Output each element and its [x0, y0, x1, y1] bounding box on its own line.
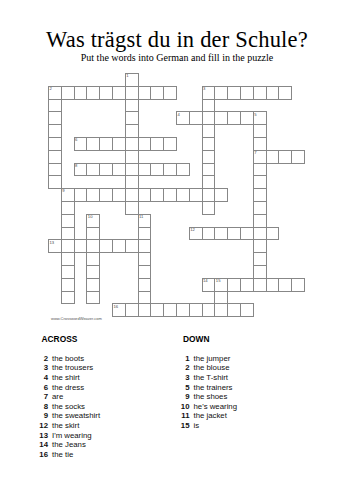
clue-across-9-text: the sweatshirt: [52, 411, 100, 420]
clue-across-12-number: 12: [30, 421, 48, 430]
clue-across-9: 9the sweatshirt: [30, 411, 170, 421]
grid-cell-r7c3[interactable]: [86, 163, 100, 177]
clue-down-3-number: 3: [172, 373, 190, 382]
grid-cell-r1c16[interactable]: [253, 86, 267, 100]
clue-across-16-number: 16: [30, 450, 48, 459]
clue-across-9-number: 9: [30, 411, 48, 420]
clue-down-11-number: 11: [172, 411, 190, 420]
clue-down-1: 1the jumper: [172, 354, 322, 364]
grid-cell-r9c8[interactable]: [150, 188, 164, 202]
grid-cell-r5c12[interactable]: [202, 137, 216, 151]
grid-cell-r5c8[interactable]: [150, 137, 164, 151]
grid-cell-r16c18[interactable]: [278, 278, 292, 292]
grid-cell-r9c9[interactable]: [163, 188, 177, 202]
grid-cell-r9c11[interactable]: [189, 188, 203, 202]
grid-cell-r5c4[interactable]: [99, 137, 113, 151]
grid-cell-r3c11[interactable]: [189, 111, 203, 125]
grid-cell-r8c6[interactable]: [125, 175, 139, 189]
grid-cell-r6c19[interactable]: [291, 150, 305, 164]
clue-across-4: 4the shirt: [30, 373, 170, 383]
grid-cell-r18c5[interactable]: [112, 303, 126, 317]
clue-across-7: 7are: [30, 392, 170, 402]
clue-down-3: 3the T-shirt: [172, 373, 322, 383]
grid-cell-r16c16[interactable]: [253, 278, 267, 292]
grid-cell-r17c1[interactable]: [61, 291, 75, 305]
grid-cell-r13c2[interactable]: [74, 239, 88, 253]
down-clues-section: DOWN 1the jumper2the blouse3the T-shirt5…: [172, 334, 322, 431]
clue-across-16: 16the tie: [30, 450, 170, 460]
clue-down-11: 11the jacket: [172, 411, 322, 421]
grid-cell-r9c7[interactable]: [138, 188, 152, 202]
grid-cell-r9c2[interactable]: [74, 188, 88, 202]
grid-cell-r5c3[interactable]: [86, 137, 100, 151]
grid-cell-r12c17[interactable]: [266, 227, 280, 241]
grid-cell-r11c16[interactable]: [253, 214, 267, 228]
grid-cell-r1c18[interactable]: [278, 86, 292, 100]
grid-cell-r13c0[interactable]: [48, 239, 62, 253]
across-clue-list: 2the boots3the trousers4the shirt6the dr…: [30, 354, 170, 460]
grid-cell-r3c12[interactable]: [202, 111, 216, 125]
grid-cell-r14c1[interactable]: [61, 252, 75, 266]
grid-cell-r18c10[interactable]: [176, 303, 190, 317]
grid-cell-r10c1[interactable]: [61, 201, 75, 215]
grid-cell-r9c12[interactable]: [202, 188, 216, 202]
grid-cell-r8c16[interactable]: [253, 175, 267, 189]
grid-cell-r18c13[interactable]: [214, 303, 228, 317]
grid-cell-r16c17[interactable]: [266, 278, 280, 292]
grid-cell-r3c10[interactable]: [176, 111, 190, 125]
grid-cell-r17c13[interactable]: [214, 291, 228, 305]
grid-cell-r11c3[interactable]: [86, 214, 100, 228]
grid-cell-r17c7[interactable]: [138, 291, 152, 305]
grid-cell-r1c4[interactable]: [99, 86, 113, 100]
clue-across-8-text: the socks: [52, 402, 85, 411]
grid-cell-r16c13[interactable]: [214, 278, 228, 292]
grid-cell-r13c3[interactable]: [86, 239, 100, 253]
clue-across-13-text: I'm wearing: [52, 431, 92, 440]
grid-cell-r1c0[interactable]: [48, 86, 62, 100]
grid-cell-r7c4[interactable]: [99, 163, 113, 177]
grid-cell-r2c6[interactable]: [125, 99, 139, 113]
clue-across-6: 6the dress: [30, 383, 170, 393]
grid-cell-r6c6[interactable]: [125, 150, 139, 164]
grid-cell-r18c6[interactable]: [125, 303, 139, 317]
grid-cell-r4c6[interactable]: [125, 124, 139, 138]
grid-cell-r5c6[interactable]: [125, 137, 139, 151]
clue-down-15-text: is: [194, 421, 200, 430]
grid-cell-r1c9[interactable]: [163, 86, 177, 100]
grid-cell-r5c5[interactable]: [112, 137, 126, 151]
grid-cell-r12c16[interactable]: [253, 227, 267, 241]
grid-cell-r3c15[interactable]: [240, 111, 254, 125]
grid-cell-r9c3[interactable]: [86, 188, 100, 202]
clue-across-3-text: the trousers: [52, 363, 93, 372]
clue-across-3-number: 3: [30, 363, 48, 372]
worksheet-page: Was trägst du in der Schule? Put the wor…: [0, 0, 354, 500]
grid-cell-r13c4[interactable]: [99, 239, 113, 253]
grid-cell-r7c6[interactable]: [125, 163, 139, 177]
clue-down-10: 10he's wearing: [172, 402, 322, 412]
grid-cell-r1c7[interactable]: [138, 86, 152, 100]
grid-cell-r1c14[interactable]: [227, 86, 241, 100]
grid-cell-r3c14[interactable]: [227, 111, 241, 125]
clue-down-5: 5the trainers: [172, 383, 322, 393]
grid-cell-r13c7[interactable]: [138, 239, 152, 253]
clue-down-3-text: the T-shirt: [194, 373, 229, 382]
clue-down-5-text: the trainers: [194, 383, 233, 392]
grid-cell-r6c18[interactable]: [278, 150, 292, 164]
clue-down-2: 2the blouse: [172, 363, 322, 373]
across-header: ACROSS: [42, 334, 171, 344]
grid-cell-r1c1[interactable]: [61, 86, 75, 100]
down-header: DOWN: [183, 334, 322, 344]
crossword-grid: 12345678910111213141516: [48, 73, 306, 318]
grid-cell-r3c6[interactable]: [125, 111, 139, 125]
puzzle-subtitle: Put the words into German and fill in th…: [0, 52, 354, 63]
grid-cell-r6c17[interactable]: [266, 150, 280, 164]
grid-cell-r6c16[interactable]: [253, 150, 267, 164]
clue-across-14-number: 14: [30, 440, 48, 449]
clue-across-2-number: 2: [30, 354, 48, 363]
grid-cell-r1c13[interactable]: [214, 86, 228, 100]
grid-cell-r3c13[interactable]: [214, 111, 228, 125]
grid-cell-r6c0[interactable]: [48, 150, 62, 164]
grid-cell-r9c10[interactable]: [176, 188, 190, 202]
grid-cell-r16c1[interactable]: [61, 278, 75, 292]
clue-across-4-number: 4: [30, 373, 48, 382]
grid-cell-r7c9[interactable]: [163, 163, 177, 177]
clue-down-1-text: the jumper: [194, 354, 231, 363]
grid-cell-r9c16[interactable]: [253, 188, 267, 202]
grid-cell-r12c15[interactable]: [240, 227, 254, 241]
grid-cell-r15c7[interactable]: [138, 265, 152, 279]
grid-cell-r4c0[interactable]: [48, 124, 62, 138]
clue-down-10-text: he's wearing: [194, 402, 238, 411]
clue-down-5-number: 5: [172, 383, 190, 392]
clue-across-2: 2the boots: [30, 354, 170, 364]
grid-cell-r1c2[interactable]: [74, 86, 88, 100]
grid-cell-r12c14[interactable]: [227, 227, 241, 241]
grid-cell-r1c3[interactable]: [86, 86, 100, 100]
clue-down-1-number: 1: [172, 354, 190, 363]
clue-down-15-number: 15: [172, 421, 190, 430]
clue-across-12: 12the skirt: [30, 421, 170, 431]
clue-across-13-number: 13: [30, 431, 48, 440]
grid-cell-r6c12[interactable]: [202, 150, 216, 164]
clue-down-15: 15is: [172, 421, 322, 431]
grid-cell-r3c0[interactable]: [48, 111, 62, 125]
clue-across-14: 14the Jeans: [30, 440, 170, 450]
grid-cell-r1c12[interactable]: [202, 86, 216, 100]
grid-cell-r18c7[interactable]: [138, 303, 152, 317]
grid-cell-r5c7[interactable]: [138, 137, 152, 151]
grid-cell-r2c12[interactable]: [202, 99, 216, 113]
grid-cell-r12c13[interactable]: [214, 227, 228, 241]
grid-cell-r9c5[interactable]: [112, 188, 126, 202]
grid-cell-r7c0[interactable]: [48, 163, 62, 177]
grid-cell-r14c7[interactable]: [138, 252, 152, 266]
grid-cell-r9c13[interactable]: [214, 188, 228, 202]
grid-cell-r17c3[interactable]: [86, 291, 100, 305]
grid-cell-r1c17[interactable]: [266, 86, 280, 100]
grid-cell-r18c14[interactable]: [227, 303, 241, 317]
grid-cell-r7c8[interactable]: [150, 163, 164, 177]
grid-cell-r9c6[interactable]: [125, 188, 139, 202]
grid-cell-r5c16[interactable]: [253, 137, 267, 151]
clue-down-11-text: the jacket: [194, 411, 227, 420]
grid-cell-r16c3[interactable]: [86, 278, 100, 292]
grid-cell-r9c1[interactable]: [61, 188, 75, 202]
grid-cell-r18c12[interactable]: [202, 303, 216, 317]
grid-cell-r18c11[interactable]: [189, 303, 203, 317]
grid-cell-r18c8[interactable]: [150, 303, 164, 317]
clue-across-13: 13I'm wearing: [30, 431, 170, 441]
grid-cell-r10c16[interactable]: [253, 201, 267, 215]
clue-across-6-number: 6: [30, 383, 48, 392]
clue-down-2-number: 2: [172, 363, 190, 372]
clue-across-2-text: the boots: [52, 354, 84, 363]
grid-cell-r15c3[interactable]: [86, 265, 100, 279]
grid-cell-r12c1[interactable]: [61, 227, 75, 241]
grid-cell-r18c9[interactable]: [163, 303, 177, 317]
clue-across-12-text: the skirt: [52, 421, 79, 430]
grid-cell-r4c12[interactable]: [202, 124, 216, 138]
grid-cell-r15c16[interactable]: [253, 265, 267, 279]
grid-cell-r5c9[interactable]: [163, 137, 177, 151]
clue-down-9-text: the shoes: [194, 392, 228, 401]
grid-cell-r7c12[interactable]: [202, 163, 216, 177]
grid-cell-r16c14[interactable]: [227, 278, 241, 292]
clue-down-2-text: the blouse: [194, 363, 230, 372]
grid-cell-r1c6[interactable]: [125, 86, 139, 100]
grid-cell-r10c12[interactable]: [202, 201, 216, 215]
grid-cell-r12c3[interactable]: [86, 227, 100, 241]
clue-across-7-text: are: [52, 392, 63, 401]
grid-cell-r5c0[interactable]: [48, 137, 62, 151]
puzzle-title: Was trägst du in der Schule?: [0, 27, 354, 53]
clue-across-3: 3the trousers: [30, 363, 170, 373]
grid-cell-r1c8[interactable]: [150, 86, 164, 100]
grid-cell-r9c4[interactable]: [99, 188, 113, 202]
grid-cell-r12c12[interactable]: [202, 227, 216, 241]
grid-cell-r1c15[interactable]: [240, 86, 254, 100]
clue-down-10-number: 10: [172, 402, 190, 411]
grid-cell-r7c16[interactable]: [253, 163, 267, 177]
clue-across-7-number: 7: [30, 392, 48, 401]
grid-cell-r13c5[interactable]: [112, 239, 126, 253]
grid-cell-r13c16[interactable]: [253, 239, 267, 253]
grid-cell-r7c7[interactable]: [138, 163, 152, 177]
grid-cell-r7c10[interactable]: [176, 163, 190, 177]
clue-across-4-text: the shirt: [52, 373, 80, 382]
grid-cell-r7c5[interactable]: [112, 163, 126, 177]
grid-cell-r0c6[interactable]: [125, 73, 139, 87]
grid-cell-r13c1[interactable]: [61, 239, 75, 253]
grid-cell-r15c1[interactable]: [61, 265, 75, 279]
grid-cell-r4c16[interactable]: [253, 124, 267, 138]
grid-cell-r5c2[interactable]: [74, 137, 88, 151]
clue-across-8-number: 8: [30, 402, 48, 411]
clue-across-8: 8the socks: [30, 402, 170, 412]
grid-cell-r7c2[interactable]: [74, 163, 88, 177]
grid-cell-r8c0[interactable]: [48, 175, 62, 189]
grid-cell-r1c5[interactable]: [112, 86, 126, 100]
grid-cell-r10c6[interactable]: [125, 201, 139, 215]
down-clue-list: 1the jumper2the blouse3the T-shirt5the t…: [172, 354, 322, 431]
source-credit: www.CrosswordWeaver.com: [51, 317, 102, 321]
grid-cell-r2c0[interactable]: [48, 99, 62, 113]
grid-cell-r3c16[interactable]: [253, 111, 267, 125]
clue-across-14-text: the Jeans: [52, 440, 86, 449]
grid-cell-r8c12[interactable]: [202, 175, 216, 189]
clue-down-9: 9the shoes: [172, 392, 322, 402]
grid-cell-r12c11[interactable]: [189, 227, 203, 241]
across-clues-section: ACROSS 2the boots3the trousers4the shirt…: [30, 334, 170, 460]
clue-across-6-text: the dress: [52, 383, 84, 392]
grid-cell-r11c7[interactable]: [138, 214, 152, 228]
grid-cell-r16c7[interactable]: [138, 278, 152, 292]
grid-cell-r16c19[interactable]: [291, 278, 305, 292]
grid-cell-r16c12[interactable]: [202, 278, 216, 292]
grid-cell-r18c15[interactable]: [240, 303, 254, 317]
grid-cell-r14c3[interactable]: [86, 252, 100, 266]
grid-cell-r13c6[interactable]: [125, 239, 139, 253]
clue-down-9-number: 9: [172, 392, 190, 401]
clue-across-16-text: the tie: [52, 450, 73, 459]
grid-cell-r16c15[interactable]: [240, 278, 254, 292]
grid-cell-r12c7[interactable]: [138, 227, 152, 241]
grid-cell-r14c16[interactable]: [253, 252, 267, 266]
grid-cell-r11c1[interactable]: [61, 214, 75, 228]
